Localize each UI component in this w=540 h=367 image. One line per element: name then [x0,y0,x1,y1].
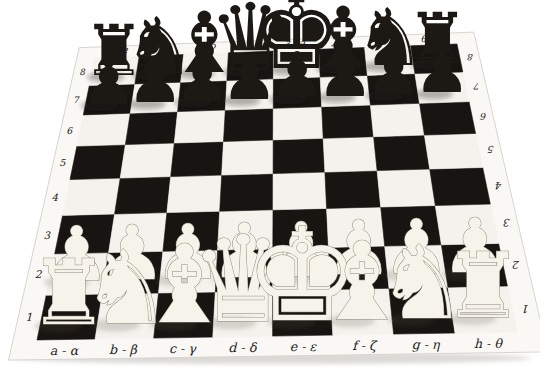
square-h5 [424,133,482,169]
chess-board: a - αa - αb - βb - βc - γc - γd - δd - δ… [0,0,540,367]
chess-set-photo: a - αa - αb - βb - βc - γc - γd - δd - δ… [0,0,540,367]
square-g5 [374,135,430,171]
square-h4 [430,168,491,206]
rank-label-right-5: 5 [487,144,494,155]
rank-label-left-4: 4 [52,192,59,203]
piece-black-pawn-h7: ♟ [414,34,470,107]
square-f5 [323,137,377,172]
square-d5 [222,140,274,175]
square-g4 [377,169,435,207]
rank-label-left-5: 5 [59,157,66,168]
piece-white-rook-h1: ♜ [443,233,524,338]
square-a5 [70,145,125,180]
file-label-bottom-h: h - θ [474,336,503,351]
file-label-bottom-a: a - α [50,343,80,358]
rank-label-right-1: 1 [523,302,530,315]
square-c5 [171,142,224,177]
square-b5 [120,143,174,178]
rank-label-right-4: 4 [495,180,502,191]
square-e5 [273,138,325,173]
